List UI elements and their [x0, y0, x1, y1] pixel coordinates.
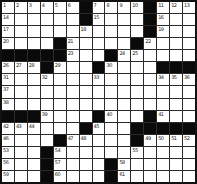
white-square[interactable] — [118, 111, 130, 122]
white-square[interactable] — [67, 86, 79, 97]
clue-number: 16 — [158, 14, 163, 20]
clue-number: 28 — [29, 62, 34, 68]
black-square — [157, 62, 169, 73]
white-square[interactable] — [41, 86, 53, 97]
white-square[interactable]: 56 — [2, 159, 14, 170]
clue-number: 26 — [3, 62, 8, 68]
white-square[interactable] — [131, 171, 143, 182]
clue-number: 13 — [184, 2, 189, 8]
clue-number: 50 — [158, 135, 163, 141]
black-square — [144, 14, 156, 25]
white-square[interactable] — [105, 86, 117, 97]
white-square[interactable] — [28, 74, 40, 85]
white-square[interactable] — [80, 38, 92, 49]
clue-number: 20 — [3, 38, 8, 44]
white-square[interactable] — [80, 74, 92, 85]
white-square[interactable] — [80, 99, 92, 110]
white-square[interactable] — [80, 62, 92, 73]
black-square — [41, 159, 53, 170]
white-square[interactable] — [15, 99, 27, 110]
white-square[interactable] — [144, 99, 156, 110]
white-square[interactable] — [157, 147, 169, 158]
clue-number: 57 — [55, 159, 60, 165]
white-square[interactable] — [80, 147, 92, 158]
white-square[interactable]: 44 — [28, 123, 40, 134]
white-square[interactable] — [105, 147, 117, 158]
white-square[interactable] — [28, 86, 40, 97]
white-square[interactable]: 38 — [2, 99, 14, 110]
clue-number: 4 — [42, 2, 45, 8]
white-square[interactable] — [183, 171, 195, 182]
white-square[interactable] — [93, 147, 105, 158]
white-square[interactable]: 50 — [157, 135, 169, 146]
black-square — [105, 50, 117, 61]
white-square[interactable]: 31 — [2, 74, 14, 85]
white-square[interactable]: 32 — [41, 74, 53, 85]
clue-number: 8 — [106, 2, 109, 8]
clue-number: 19 — [158, 26, 163, 32]
white-square[interactable]: 51 — [170, 135, 182, 146]
clue-number: 40 — [106, 111, 111, 117]
clue-number: 39 — [42, 111, 47, 117]
white-square[interactable] — [80, 86, 92, 97]
clue-number: 31 — [3, 74, 8, 80]
white-square[interactable] — [67, 62, 79, 73]
white-square[interactable] — [118, 147, 130, 158]
white-square[interactable]: 37 — [2, 86, 14, 97]
white-square[interactable]: 61 — [118, 171, 130, 182]
white-square[interactable]: 20 — [2, 38, 14, 49]
white-square[interactable] — [144, 147, 156, 158]
black-square — [93, 62, 105, 73]
white-square[interactable] — [131, 26, 143, 37]
clue-number: 34 — [158, 74, 163, 80]
white-square[interactable] — [118, 38, 130, 49]
black-square — [183, 123, 195, 134]
white-square[interactable] — [157, 38, 169, 49]
white-square[interactable] — [93, 159, 105, 170]
clue-number: 54 — [55, 147, 60, 153]
clue-number: 11 — [158, 2, 163, 8]
white-square[interactable] — [41, 135, 53, 146]
white-square[interactable] — [144, 50, 156, 61]
clue-number: 55 — [132, 147, 137, 153]
white-square[interactable] — [93, 50, 105, 61]
white-square[interactable] — [28, 159, 40, 170]
black-square — [144, 2, 156, 13]
white-square[interactable]: 60 — [54, 171, 66, 182]
white-square[interactable] — [105, 38, 117, 49]
white-square[interactable] — [170, 147, 182, 158]
white-square[interactable] — [28, 38, 40, 49]
white-square[interactable]: 7 — [93, 2, 105, 13]
white-square[interactable]: 14 — [2, 14, 14, 25]
white-square[interactable] — [67, 111, 79, 122]
white-square[interactable] — [54, 86, 66, 97]
white-square[interactable] — [170, 14, 182, 25]
white-square[interactable] — [93, 135, 105, 146]
clue-number: 52 — [184, 135, 189, 141]
white-square[interactable]: 53 — [2, 147, 14, 158]
white-square[interactable] — [183, 26, 195, 37]
black-square — [144, 26, 156, 37]
white-square[interactable] — [41, 99, 53, 110]
black-square — [2, 111, 14, 122]
white-square[interactable] — [54, 111, 66, 122]
white-square[interactable]: 1 — [2, 2, 14, 13]
black-square — [105, 159, 117, 170]
white-square[interactable] — [144, 62, 156, 73]
white-square[interactable]: 22 — [144, 38, 156, 49]
white-square[interactable] — [67, 26, 79, 37]
black-square — [105, 171, 117, 182]
clue-number: 3 — [29, 2, 32, 8]
black-square — [80, 14, 92, 25]
clue-number: 12 — [171, 2, 176, 8]
white-square[interactable] — [118, 74, 130, 85]
white-square[interactable] — [157, 99, 169, 110]
white-square[interactable] — [118, 14, 130, 25]
white-square[interactable] — [105, 74, 117, 85]
clue-number: 14 — [3, 14, 8, 20]
black-square — [54, 50, 66, 61]
white-square[interactable] — [118, 86, 130, 97]
clue-number: 9 — [119, 2, 122, 8]
white-square[interactable]: 3 — [28, 2, 40, 13]
white-square[interactable] — [15, 147, 27, 158]
white-square[interactable]: 8 — [105, 2, 117, 13]
white-square[interactable]: 46 — [2, 135, 14, 146]
white-square[interactable] — [15, 171, 27, 182]
clue-number: 38 — [3, 99, 8, 105]
clue-number: 2 — [16, 2, 19, 8]
white-square[interactable]: 43 — [15, 123, 27, 134]
white-square[interactable] — [28, 147, 40, 158]
white-square[interactable]: 15 — [93, 14, 105, 25]
black-square — [54, 38, 66, 49]
white-square[interactable] — [15, 74, 27, 85]
white-square[interactable] — [54, 74, 66, 85]
white-square[interactable] — [118, 135, 130, 146]
white-square[interactable]: 9 — [118, 2, 130, 13]
black-square — [170, 123, 182, 134]
white-square[interactable]: 59 — [2, 171, 14, 182]
clue-number: 46 — [3, 135, 8, 141]
clue-number: 27 — [16, 62, 21, 68]
white-square[interactable] — [157, 86, 169, 97]
clue-number: 24 — [119, 50, 124, 56]
white-square[interactable]: 5 — [54, 2, 66, 13]
white-square[interactable] — [93, 86, 105, 97]
black-square — [157, 123, 169, 134]
clue-number: 5 — [55, 2, 58, 8]
black-square — [28, 111, 40, 122]
white-square[interactable] — [131, 111, 143, 122]
white-square[interactable]: 49 — [144, 135, 156, 146]
white-square[interactable]: 10 — [131, 2, 143, 13]
white-square[interactable] — [67, 171, 79, 182]
white-square[interactable] — [15, 26, 27, 37]
white-square[interactable] — [105, 99, 117, 110]
white-square[interactable]: 58 — [118, 159, 130, 170]
white-square[interactable] — [183, 111, 195, 122]
white-square[interactable] — [67, 147, 79, 158]
black-square — [131, 123, 143, 134]
clue-number: 36 — [184, 74, 189, 80]
white-square[interactable] — [54, 14, 66, 25]
clue-number: 7 — [94, 2, 97, 8]
white-square[interactable] — [144, 171, 156, 182]
clue-number: 47 — [68, 135, 73, 141]
clue-number: 32 — [42, 74, 47, 80]
white-square[interactable] — [28, 26, 40, 37]
white-square[interactable] — [144, 86, 156, 97]
white-square[interactable]: 21 — [67, 38, 79, 49]
white-square[interactable]: 30 — [105, 62, 117, 73]
white-square[interactable] — [41, 38, 53, 49]
white-square[interactable] — [183, 14, 195, 25]
white-square[interactable]: 42 — [2, 123, 14, 134]
white-square[interactable]: 41 — [157, 111, 169, 122]
black-square — [131, 135, 143, 146]
white-square[interactable] — [170, 26, 182, 37]
white-square[interactable]: 40 — [105, 111, 117, 122]
white-square[interactable] — [131, 86, 143, 97]
white-square[interactable]: 28 — [28, 62, 40, 73]
clue-number: 49 — [145, 135, 150, 141]
black-square — [54, 135, 66, 146]
white-square[interactable]: 25 — [131, 50, 143, 61]
black-square — [2, 50, 14, 61]
white-square[interactable] — [183, 50, 195, 61]
white-square[interactable] — [183, 99, 195, 110]
white-square[interactable]: 27 — [15, 62, 27, 73]
white-square[interactable] — [144, 74, 156, 85]
black-square — [80, 123, 92, 134]
white-square[interactable] — [131, 74, 143, 85]
black-square — [15, 111, 27, 122]
clue-number: 22 — [145, 38, 150, 44]
clue-number: 59 — [3, 171, 8, 177]
white-square[interactable]: 16 — [157, 14, 169, 25]
white-square[interactable] — [131, 14, 143, 25]
white-square[interactable] — [118, 123, 130, 134]
white-square[interactable]: 24 — [118, 50, 130, 61]
white-square[interactable] — [28, 135, 40, 146]
white-square[interactable]: 11 — [157, 2, 169, 13]
white-square[interactable] — [93, 26, 105, 37]
white-square[interactable]: 23 — [67, 50, 79, 61]
white-square[interactable]: 35 — [170, 74, 182, 85]
white-square[interactable] — [157, 171, 169, 182]
black-square — [15, 50, 27, 61]
clue-number: 60 — [55, 171, 60, 177]
clue-number: 41 — [158, 111, 163, 117]
white-square[interactable] — [170, 38, 182, 49]
white-square[interactable] — [80, 111, 92, 122]
clue-number: 33 — [94, 74, 99, 80]
white-square[interactable] — [54, 123, 66, 134]
white-square[interactable]: 54 — [54, 147, 66, 158]
white-square[interactable]: 45 — [93, 123, 105, 134]
clue-number: 23 — [68, 50, 73, 56]
white-square[interactable] — [183, 159, 195, 170]
white-square[interactable] — [118, 62, 130, 73]
clue-number: 25 — [132, 50, 137, 56]
white-square[interactable] — [67, 99, 79, 110]
white-square[interactable] — [131, 62, 143, 73]
white-square[interactable] — [105, 123, 117, 134]
clue-number: 18 — [81, 26, 86, 32]
white-square[interactable] — [183, 38, 195, 49]
black-square — [183, 62, 195, 73]
white-square[interactable] — [157, 50, 169, 61]
black-square — [131, 38, 143, 49]
white-square[interactable] — [93, 171, 105, 182]
white-square[interactable] — [118, 99, 130, 110]
clue-number: 17 — [3, 26, 8, 32]
clue-number: 61 — [119, 171, 124, 177]
white-square[interactable] — [131, 159, 143, 170]
white-square[interactable]: 2 — [15, 2, 27, 13]
white-square[interactable]: 57 — [54, 159, 66, 170]
white-square[interactable] — [105, 14, 117, 25]
white-square[interactable] — [67, 123, 79, 134]
white-square[interactable]: 47 — [67, 135, 79, 146]
black-square — [41, 50, 53, 61]
black-square — [170, 62, 182, 73]
clue-number: 43 — [16, 123, 21, 129]
white-square[interactable]: 12 — [170, 2, 182, 13]
white-square[interactable] — [170, 50, 182, 61]
white-square[interactable] — [131, 99, 143, 110]
white-square[interactable] — [93, 99, 105, 110]
white-square[interactable]: 48 — [80, 135, 92, 146]
white-square[interactable] — [67, 159, 79, 170]
white-square[interactable] — [118, 26, 130, 37]
clue-number: 56 — [3, 159, 8, 165]
white-square[interactable] — [28, 171, 40, 182]
white-square[interactable]: 19 — [157, 26, 169, 37]
clue-number: 35 — [171, 74, 176, 80]
white-square[interactable]: 36 — [183, 74, 195, 85]
white-square[interactable] — [80, 50, 92, 61]
white-square[interactable]: 52 — [183, 135, 195, 146]
white-square[interactable] — [15, 135, 27, 146]
clue-number: 44 — [29, 123, 34, 129]
white-square[interactable] — [54, 26, 66, 37]
clue-number: 21 — [68, 38, 73, 44]
black-square — [28, 50, 40, 61]
white-square[interactable]: 6 — [67, 2, 79, 13]
white-square[interactable]: 17 — [2, 26, 14, 37]
white-square[interactable]: 4 — [41, 2, 53, 13]
black-square — [41, 147, 53, 158]
white-square[interactable] — [15, 14, 27, 25]
white-square[interactable] — [105, 135, 117, 146]
black-square — [80, 2, 92, 13]
white-square[interactable] — [144, 159, 156, 170]
white-square[interactable] — [67, 14, 79, 25]
clue-number: 42 — [3, 123, 8, 129]
white-square[interactable] — [15, 86, 27, 97]
white-square[interactable] — [80, 171, 92, 182]
white-square[interactable] — [157, 159, 169, 170]
white-square[interactable] — [41, 123, 53, 134]
white-square[interactable]: 29 — [54, 62, 66, 73]
crossword-grid: 1234567891011121314151617181920212223242… — [0, 0, 197, 184]
white-square[interactable] — [183, 86, 195, 97]
black-square — [41, 62, 53, 73]
white-square[interactable] — [28, 14, 40, 25]
white-square[interactable] — [80, 159, 92, 170]
clue-number: 15 — [94, 14, 99, 20]
white-square[interactable]: 55 — [131, 147, 143, 158]
white-square[interactable] — [170, 159, 182, 170]
white-square[interactable] — [28, 99, 40, 110]
white-square[interactable] — [170, 171, 182, 182]
white-square[interactable] — [67, 74, 79, 85]
white-square[interactable] — [170, 111, 182, 122]
black-square — [93, 111, 105, 122]
clue-number: 6 — [68, 2, 71, 8]
clue-number: 45 — [94, 123, 99, 129]
white-square[interactable] — [93, 38, 105, 49]
clue-number: 1 — [3, 2, 6, 8]
white-square[interactable]: 26 — [2, 62, 14, 73]
clue-number: 29 — [55, 62, 60, 68]
clue-number: 10 — [132, 2, 137, 8]
white-square[interactable] — [41, 14, 53, 25]
clue-number: 58 — [119, 159, 124, 165]
white-square[interactable]: 39 — [41, 111, 53, 122]
white-square[interactable]: 13 — [183, 2, 195, 13]
white-square[interactable]: 34 — [157, 74, 169, 85]
white-square[interactable] — [15, 159, 27, 170]
clue-number: 37 — [3, 86, 8, 92]
white-square[interactable] — [105, 26, 117, 37]
white-square[interactable]: 18 — [80, 26, 92, 37]
white-square[interactable] — [183, 147, 195, 158]
clue-number: 48 — [81, 135, 86, 141]
white-square[interactable] — [170, 86, 182, 97]
white-square[interactable]: 33 — [93, 74, 105, 85]
clue-number: 30 — [106, 62, 111, 68]
clue-number: 51 — [171, 135, 176, 141]
black-square — [144, 111, 156, 122]
white-square[interactable] — [15, 38, 27, 49]
clue-number: 53 — [3, 147, 8, 153]
white-square[interactable] — [54, 99, 66, 110]
white-square[interactable] — [170, 99, 182, 110]
white-square[interactable] — [41, 26, 53, 37]
black-square — [41, 171, 53, 182]
black-square — [144, 123, 156, 134]
